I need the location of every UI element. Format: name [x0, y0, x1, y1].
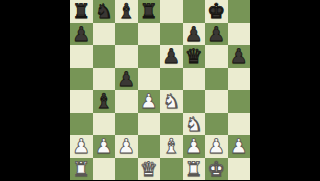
square-b1[interactable] — [93, 158, 116, 181]
square-f7[interactable]: ♟ — [183, 23, 206, 46]
piece-white-pawn[interactable]: ♟ — [185, 135, 203, 157]
square-b6[interactable] — [93, 45, 116, 68]
square-g5[interactable] — [205, 68, 228, 91]
piece-black-knight[interactable]: ♞ — [95, 0, 113, 22]
square-h6[interactable]: ♟ — [228, 45, 251, 68]
piece-white-pawn[interactable]: ♟ — [72, 135, 90, 157]
piece-white-king[interactable]: ♚ — [207, 158, 225, 180]
piece-white-pawn[interactable]: ♟ — [95, 135, 113, 157]
square-f4[interactable] — [183, 90, 206, 113]
square-f5[interactable] — [183, 68, 206, 91]
piece-black-rook[interactable]: ♜ — [140, 0, 158, 22]
square-h4[interactable] — [228, 90, 251, 113]
piece-black-bishop[interactable]: ♝ — [95, 90, 113, 112]
square-d1[interactable]: ♛ — [138, 158, 161, 181]
square-g8[interactable]: ♚ — [205, 0, 228, 23]
square-b2[interactable]: ♟ — [93, 135, 116, 158]
square-h1[interactable] — [228, 158, 251, 181]
square-e8[interactable] — [160, 0, 183, 23]
square-b5[interactable] — [93, 68, 116, 91]
piece-white-rook[interactable]: ♜ — [185, 158, 203, 180]
square-f3[interactable]: ♞ — [183, 113, 206, 136]
square-d7[interactable] — [138, 23, 161, 46]
square-b7[interactable] — [93, 23, 116, 46]
square-h3[interactable] — [228, 113, 251, 136]
piece-white-pawn[interactable]: ♟ — [117, 135, 135, 157]
square-e2[interactable]: ♝ — [160, 135, 183, 158]
square-a4[interactable] — [70, 90, 93, 113]
square-g7[interactable]: ♟ — [205, 23, 228, 46]
square-a7[interactable]: ♟ — [70, 23, 93, 46]
piece-black-pawn[interactable]: ♟ — [72, 23, 90, 45]
piece-white-pawn[interactable]: ♟ — [140, 90, 158, 112]
square-d3[interactable] — [138, 113, 161, 136]
piece-black-pawn[interactable]: ♟ — [117, 68, 135, 90]
square-c1[interactable] — [115, 158, 138, 181]
piece-white-pawn[interactable]: ♟ — [207, 135, 225, 157]
square-e3[interactable] — [160, 113, 183, 136]
piece-black-pawn[interactable]: ♟ — [185, 23, 203, 45]
square-h7[interactable] — [228, 23, 251, 46]
square-f6[interactable]: ♛ — [183, 45, 206, 68]
square-d5[interactable] — [138, 68, 161, 91]
piece-white-rook[interactable]: ♜ — [72, 158, 90, 180]
square-e6[interactable]: ♟ — [160, 45, 183, 68]
square-h2[interactable]: ♟ — [228, 135, 251, 158]
square-c6[interactable] — [115, 45, 138, 68]
square-h5[interactable] — [228, 68, 251, 91]
square-b4[interactable]: ♝ — [93, 90, 116, 113]
piece-white-knight[interactable]: ♞ — [162, 90, 180, 112]
square-a8[interactable]: ♜ — [70, 0, 93, 23]
square-e4[interactable]: ♞ — [160, 90, 183, 113]
square-d2[interactable] — [138, 135, 161, 158]
square-c8[interactable]: ♝ — [115, 0, 138, 23]
square-c3[interactable] — [115, 113, 138, 136]
square-a6[interactable] — [70, 45, 93, 68]
piece-white-knight[interactable]: ♞ — [185, 113, 203, 135]
square-f8[interactable] — [183, 0, 206, 23]
square-e5[interactable] — [160, 68, 183, 91]
piece-black-king[interactable]: ♚ — [207, 0, 225, 22]
square-f2[interactable]: ♟ — [183, 135, 206, 158]
square-g1[interactable]: ♚ — [205, 158, 228, 181]
square-e7[interactable] — [160, 23, 183, 46]
square-c7[interactable] — [115, 23, 138, 46]
square-c5[interactable]: ♟ — [115, 68, 138, 91]
square-g4[interactable] — [205, 90, 228, 113]
square-d6[interactable] — [138, 45, 161, 68]
square-g3[interactable] — [205, 113, 228, 136]
square-b3[interactable] — [93, 113, 116, 136]
piece-black-rook[interactable]: ♜ — [72, 0, 90, 22]
square-h8[interactable] — [228, 0, 251, 23]
piece-white-queen[interactable]: ♛ — [140, 158, 158, 180]
square-d8[interactable]: ♜ — [138, 0, 161, 23]
square-c2[interactable]: ♟ — [115, 135, 138, 158]
piece-white-pawn[interactable]: ♟ — [230, 135, 248, 157]
piece-black-bishop[interactable]: ♝ — [117, 0, 135, 22]
square-c4[interactable] — [115, 90, 138, 113]
square-a3[interactable] — [70, 113, 93, 136]
square-b8[interactable]: ♞ — [93, 0, 116, 23]
piece-black-pawn[interactable]: ♟ — [207, 23, 225, 45]
square-g6[interactable] — [205, 45, 228, 68]
square-a2[interactable]: ♟ — [70, 135, 93, 158]
square-a1[interactable]: ♜ — [70, 158, 93, 181]
piece-white-bishop[interactable]: ♝ — [162, 135, 180, 157]
piece-black-pawn[interactable]: ♟ — [162, 45, 180, 67]
square-f1[interactable]: ♜ — [183, 158, 206, 181]
chess-board: ♜♞♝♜♚♟♟♟♟♛♟♟♝♟♞♞♟♟♟♝♟♟♟♜♛♜♚ — [70, 0, 250, 180]
square-d4[interactable]: ♟ — [138, 90, 161, 113]
square-g2[interactable]: ♟ — [205, 135, 228, 158]
piece-black-queen[interactable]: ♛ — [185, 45, 203, 67]
square-e1[interactable] — [160, 158, 183, 181]
square-a5[interactable] — [70, 68, 93, 91]
piece-black-pawn[interactable]: ♟ — [230, 45, 248, 67]
